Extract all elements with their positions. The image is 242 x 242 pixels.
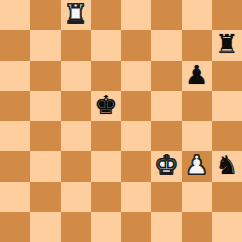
square-h5[interactable]: [212, 91, 242, 121]
square-g4[interactable]: [182, 121, 212, 151]
square-c6[interactable]: [61, 61, 91, 91]
square-a3[interactable]: [0, 151, 30, 181]
square-e8[interactable]: [121, 0, 151, 30]
square-h2[interactable]: [212, 182, 242, 212]
square-g7[interactable]: [182, 30, 212, 60]
square-f1[interactable]: [151, 212, 181, 242]
square-h6[interactable]: [212, 61, 242, 91]
square-h1[interactable]: [212, 212, 242, 242]
square-d6[interactable]: [91, 61, 121, 91]
square-e5[interactable]: [121, 91, 151, 121]
square-b7[interactable]: [30, 30, 60, 60]
square-d2[interactable]: [91, 182, 121, 212]
square-g3[interactable]: ♟: [182, 151, 212, 181]
square-b8[interactable]: [30, 0, 60, 30]
square-b2[interactable]: [30, 182, 60, 212]
square-g6[interactable]: ♟: [182, 61, 212, 91]
square-c4[interactable]: [61, 121, 91, 151]
square-f3[interactable]: ♚: [151, 151, 181, 181]
square-a7[interactable]: [0, 30, 30, 60]
square-d1[interactable]: [91, 212, 121, 242]
white-rook-icon[interactable]: ♜: [64, 1, 87, 27]
square-e7[interactable]: [121, 30, 151, 60]
square-g5[interactable]: [182, 91, 212, 121]
square-f7[interactable]: [151, 30, 181, 60]
square-g8[interactable]: [182, 0, 212, 30]
square-h4[interactable]: [212, 121, 242, 151]
square-c8[interactable]: ♜: [61, 0, 91, 30]
square-h7[interactable]: ♜: [212, 30, 242, 60]
square-a1[interactable]: [0, 212, 30, 242]
square-h8[interactable]: [212, 0, 242, 30]
square-d8[interactable]: [91, 0, 121, 30]
black-rook-icon[interactable]: ♜: [215, 31, 238, 57]
black-king-icon[interactable]: ♚: [94, 92, 117, 118]
square-b3[interactable]: [30, 151, 60, 181]
square-b5[interactable]: [30, 91, 60, 121]
square-h3[interactable]: ♞: [212, 151, 242, 181]
square-e4[interactable]: [121, 121, 151, 151]
square-c5[interactable]: [61, 91, 91, 121]
white-king-icon[interactable]: ♚: [155, 152, 178, 178]
square-f4[interactable]: [151, 121, 181, 151]
square-c3[interactable]: [61, 151, 91, 181]
square-b6[interactable]: [30, 61, 60, 91]
square-e6[interactable]: [121, 61, 151, 91]
square-d7[interactable]: [91, 30, 121, 60]
square-b4[interactable]: [30, 121, 60, 151]
square-a8[interactable]: [0, 0, 30, 30]
square-f6[interactable]: [151, 61, 181, 91]
square-f2[interactable]: [151, 182, 181, 212]
white-pawn-icon[interactable]: ♟: [185, 152, 208, 178]
chess-app-window: ♜♜♟♚♚♟♞: [0, 0, 242, 242]
square-a4[interactable]: [0, 121, 30, 151]
square-g2[interactable]: [182, 182, 212, 212]
square-c7[interactable]: [61, 30, 91, 60]
square-b1[interactable]: [30, 212, 60, 242]
black-knight-icon[interactable]: ♞: [215, 152, 238, 178]
square-a5[interactable]: [0, 91, 30, 121]
square-g1[interactable]: [182, 212, 212, 242]
square-d5[interactable]: ♚: [91, 91, 121, 121]
square-d4[interactable]: [91, 121, 121, 151]
square-a2[interactable]: [0, 182, 30, 212]
square-e1[interactable]: [121, 212, 151, 242]
square-c1[interactable]: [61, 212, 91, 242]
square-a6[interactable]: [0, 61, 30, 91]
square-d3[interactable]: [91, 151, 121, 181]
square-c2[interactable]: [61, 182, 91, 212]
square-e3[interactable]: [121, 151, 151, 181]
chess-board: ♜♜♟♚♚♟♞: [0, 0, 242, 242]
square-f8[interactable]: [151, 0, 181, 30]
square-f5[interactable]: [151, 91, 181, 121]
black-pawn-icon[interactable]: ♟: [185, 62, 208, 88]
square-e2[interactable]: [121, 182, 151, 212]
